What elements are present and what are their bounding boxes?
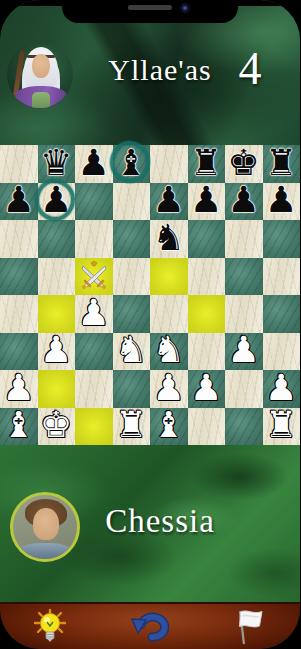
square-g3[interactable]: ♟: [225, 333, 263, 371]
bottom-player-name: Chessia: [80, 503, 240, 540]
threat-circle: [35, 179, 75, 221]
square-d1[interactable]: ♜: [113, 408, 151, 446]
top-player-score: 4: [222, 42, 278, 95]
square-f1[interactable]: [188, 408, 226, 446]
white-pawn: ♟: [153, 368, 185, 408]
square-e7[interactable]: ♟: [150, 183, 188, 221]
square-d7[interactable]: [113, 183, 151, 221]
white-bishop: ♝: [153, 405, 185, 445]
black-pawn: ♟: [3, 180, 35, 220]
square-c6[interactable]: [75, 220, 113, 258]
lightbulb-icon: [33, 608, 67, 646]
square-f2[interactable]: ♟: [188, 370, 226, 408]
black-pawn: ♟: [265, 180, 297, 220]
chess-board: ♛♟♝♜♚♜♟♟♟♟♟♟♞ ♟♟♞♞♟♟♟♟♟♝♚♜♝♜: [0, 145, 300, 445]
square-e1[interactable]: ♝: [150, 408, 188, 446]
square-c1[interactable]: [75, 408, 113, 446]
square-f4[interactable]: [188, 295, 226, 333]
white-pawn: ♟: [265, 368, 297, 408]
square-e2[interactable]: ♟: [150, 370, 188, 408]
undo-arrow-icon: [131, 612, 169, 642]
square-e5[interactable]: [150, 258, 188, 296]
white-knight: ♞: [115, 330, 147, 370]
white-pawn: ♟: [228, 330, 260, 370]
square-f3[interactable]: [188, 333, 226, 371]
square-b6[interactable]: [38, 220, 76, 258]
threat-circle: [110, 141, 150, 183]
square-f6[interactable]: [188, 220, 226, 258]
front-camera: [180, 3, 190, 13]
square-g5[interactable]: [225, 258, 263, 296]
square-h7[interactable]: ♟: [263, 183, 301, 221]
white-pawn: ♟: [190, 368, 222, 408]
square-e6[interactable]: ♞: [150, 220, 188, 258]
square-g1[interactable]: [225, 408, 263, 446]
white-pawn: ♟: [3, 368, 35, 408]
white-bishop: ♝: [3, 405, 35, 445]
square-a3[interactable]: [0, 333, 38, 371]
resign-button[interactable]: [225, 606, 275, 648]
square-a2[interactable]: ♟: [0, 370, 38, 408]
hint-button[interactable]: [25, 606, 75, 648]
black-pawn: ♟: [153, 180, 185, 220]
white-pawn: ♟: [40, 330, 72, 370]
square-b5[interactable]: [38, 258, 76, 296]
black-rook: ♜: [265, 143, 297, 183]
square-h4[interactable]: [263, 295, 301, 333]
black-king: ♚: [228, 143, 260, 183]
square-d6[interactable]: [113, 220, 151, 258]
square-c7[interactable]: [75, 183, 113, 221]
square-b4[interactable]: [38, 295, 76, 333]
bottom-player-avatar[interactable]: [10, 492, 80, 562]
speaker-grille: [128, 5, 172, 10]
elf-green-dress: [32, 92, 50, 108]
square-a6[interactable]: [0, 220, 38, 258]
square-h6[interactable]: [263, 220, 301, 258]
phone-notch: [62, 0, 238, 23]
white-rook: ♜: [115, 405, 147, 445]
black-pawn: ♟: [190, 180, 222, 220]
square-f8[interactable]: ♜: [188, 145, 226, 183]
square-h5[interactable]: [263, 258, 301, 296]
undo-button[interactable]: [125, 606, 175, 648]
square-g4[interactable]: [225, 295, 263, 333]
square-d5[interactable]: [113, 258, 151, 296]
man-face: [33, 508, 59, 540]
top-player-name: Yllae'as: [85, 53, 235, 87]
square-c3[interactable]: [75, 333, 113, 371]
crossed-swords-icon: [78, 261, 110, 293]
square-d8[interactable]: ♝: [113, 145, 151, 183]
bottom-toolbar: [0, 602, 300, 649]
square-c8[interactable]: ♟: [75, 145, 113, 183]
square-g6[interactable]: [225, 220, 263, 258]
white-pawn: ♟: [78, 293, 110, 333]
square-b8[interactable]: ♛: [38, 145, 76, 183]
phone-screen: Yllae'as 4 ♛♟♝♜♚♜♟♟♟♟♟♟♞ ♟♟♞♞♟♟♟♟♟♝♚♜♝♜ …: [0, 0, 300, 649]
white-flag-icon: [232, 607, 268, 647]
square-f7[interactable]: ♟: [188, 183, 226, 221]
white-knight: ♞: [153, 330, 185, 370]
square-d2[interactable]: [113, 370, 151, 408]
black-pawn: ♟: [78, 143, 110, 183]
white-king: ♚: [40, 405, 72, 445]
black-pawn: ♟: [228, 180, 260, 220]
square-d3[interactable]: ♞: [113, 333, 151, 371]
square-g2[interactable]: [225, 370, 263, 408]
square-a1[interactable]: ♝: [0, 408, 38, 446]
square-a4[interactable]: [0, 295, 38, 333]
square-b3[interactable]: ♟: [38, 333, 76, 371]
top-player-avatar[interactable]: [7, 42, 73, 108]
square-c5[interactable]: [75, 258, 113, 296]
square-h3[interactable]: [263, 333, 301, 371]
square-a5[interactable]: [0, 258, 38, 296]
black-queen: ♛: [40, 143, 72, 183]
square-d4[interactable]: [113, 295, 151, 333]
square-e3[interactable]: ♞: [150, 333, 188, 371]
square-h1[interactable]: ♜: [263, 408, 301, 446]
square-h8[interactable]: ♜: [263, 145, 301, 183]
square-b1[interactable]: ♚: [38, 408, 76, 446]
elf-face: [32, 54, 50, 78]
square-g7[interactable]: ♟: [225, 183, 263, 221]
square-c4[interactable]: ♟: [75, 295, 113, 333]
square-a7[interactable]: ♟: [0, 183, 38, 221]
square-c2[interactable]: [75, 370, 113, 408]
square-b2[interactable]: [38, 370, 76, 408]
black-rook: ♜: [190, 143, 222, 183]
camera-lens: [183, 6, 187, 10]
square-f5[interactable]: [188, 258, 226, 296]
black-knight: ♞: [153, 218, 185, 258]
square-e4[interactable]: [150, 295, 188, 333]
square-b7[interactable]: ♟: [38, 183, 76, 221]
square-e8[interactable]: [150, 145, 188, 183]
square-h2[interactable]: ♟: [263, 370, 301, 408]
square-a8[interactable]: [0, 145, 38, 183]
square-g8[interactable]: ♚: [225, 145, 263, 183]
white-rook: ♜: [265, 405, 297, 445]
